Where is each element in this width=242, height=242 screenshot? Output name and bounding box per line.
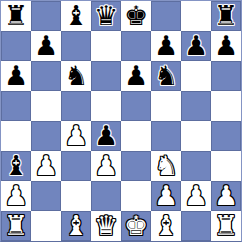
square-a2[interactable]: ♟ [1,181,31,211]
square-d8[interactable]: ♛ [91,1,121,31]
piece-black-rook[interactable]: ♜ [4,2,28,29]
piece-black-queen[interactable]: ♛ [94,2,118,29]
square-a6[interactable]: ♟ [1,61,31,91]
square-c7[interactable] [61,31,91,61]
piece-white-pawn[interactable]: ♟ [214,182,238,209]
piece-black-pawn[interactable]: ♟ [154,32,178,59]
square-h5[interactable] [211,91,241,121]
piece-black-pawn[interactable]: ♟ [214,32,238,59]
square-e8[interactable]: ♚ [121,1,151,31]
square-a8[interactable]: ♜ [1,1,31,31]
piece-white-pawn[interactable]: ♟ [154,182,178,209]
square-b1[interactable] [31,211,61,241]
square-d7[interactable] [91,31,121,61]
square-f8[interactable] [151,1,181,31]
square-b8[interactable] [31,1,61,31]
piece-black-pawn[interactable]: ♟ [4,62,28,89]
piece-white-bishop[interactable]: ♝ [154,212,178,239]
square-h1[interactable]: ♜ [211,211,241,241]
piece-white-pawn[interactable]: ♟ [4,182,28,209]
square-d5[interactable] [91,91,121,121]
square-h3[interactable] [211,151,241,181]
square-c3[interactable] [61,151,91,181]
square-e1[interactable]: ♚ [121,211,151,241]
square-g3[interactable] [181,151,211,181]
piece-white-rook[interactable]: ♜ [214,212,238,239]
square-h6[interactable] [211,61,241,91]
square-c8[interactable]: ♝ [61,1,91,31]
piece-white-king[interactable]: ♚ [124,212,148,239]
square-e6[interactable]: ♟ [121,61,151,91]
square-f4[interactable] [151,121,181,151]
square-g1[interactable] [181,211,211,241]
square-c1[interactable]: ♝ [61,211,91,241]
square-h7[interactable]: ♟ [211,31,241,61]
square-f6[interactable]: ♞ [151,61,181,91]
square-e5[interactable] [121,91,151,121]
piece-black-bishop[interactable]: ♝ [64,2,88,29]
square-a5[interactable] [1,91,31,121]
square-c6[interactable]: ♞ [61,61,91,91]
square-b2[interactable] [31,181,61,211]
square-g4[interactable] [181,121,211,151]
piece-white-knight[interactable]: ♞ [154,152,178,179]
square-c5[interactable] [61,91,91,121]
square-f1[interactable]: ♝ [151,211,181,241]
square-b5[interactable] [31,91,61,121]
square-e4[interactable] [121,121,151,151]
square-b3[interactable]: ♟ [31,151,61,181]
square-e2[interactable] [121,181,151,211]
piece-white-bishop[interactable]: ♝ [64,212,88,239]
piece-white-rook[interactable]: ♜ [4,212,28,239]
piece-black-knight[interactable]: ♞ [154,62,178,89]
piece-white-pawn[interactable]: ♟ [94,152,118,179]
piece-black-rook[interactable]: ♜ [214,2,238,29]
piece-black-pawn[interactable]: ♟ [124,62,148,89]
square-g6[interactable] [181,61,211,91]
square-c2[interactable] [61,181,91,211]
square-f3[interactable]: ♞ [151,151,181,181]
piece-white-pawn[interactable]: ♟ [184,182,208,209]
square-a3[interactable]: ♝ [1,151,31,181]
square-a1[interactable]: ♜ [1,211,31,241]
piece-black-pawn[interactable]: ♟ [34,32,58,59]
square-a4[interactable] [1,121,31,151]
piece-white-pawn[interactable]: ♟ [34,152,58,179]
piece-black-pawn[interactable]: ♟ [94,122,118,149]
piece-black-knight[interactable]: ♞ [64,62,88,89]
piece-white-queen[interactable]: ♛ [94,212,118,239]
square-g2[interactable]: ♟ [181,181,211,211]
square-d3[interactable]: ♟ [91,151,121,181]
piece-black-bishop[interactable]: ♝ [4,152,28,179]
square-b4[interactable] [31,121,61,151]
square-g7[interactable]: ♟ [181,31,211,61]
square-a7[interactable] [1,31,31,61]
square-d2[interactable] [91,181,121,211]
chessboard: ♜♝♛♚♜♟♟♟♟♟♞♟♞♟♟♝♟♟♞♟♟♟♟♜♝♛♚♝♜ [0,0,242,242]
square-f7[interactable]: ♟ [151,31,181,61]
square-b6[interactable] [31,61,61,91]
square-e3[interactable] [121,151,151,181]
square-c4[interactable]: ♟ [61,121,91,151]
square-e7[interactable] [121,31,151,61]
square-f2[interactable]: ♟ [151,181,181,211]
square-g5[interactable] [181,91,211,121]
square-g8[interactable] [181,1,211,31]
square-d4[interactable]: ♟ [91,121,121,151]
square-d1[interactable]: ♛ [91,211,121,241]
square-f5[interactable] [151,91,181,121]
piece-black-king[interactable]: ♚ [124,2,148,29]
square-h4[interactable] [211,121,241,151]
piece-white-pawn[interactable]: ♟ [64,122,88,149]
square-d6[interactable] [91,61,121,91]
square-b7[interactable]: ♟ [31,31,61,61]
square-h8[interactable]: ♜ [211,1,241,31]
piece-black-pawn[interactable]: ♟ [184,32,208,59]
square-h2[interactable]: ♟ [211,181,241,211]
